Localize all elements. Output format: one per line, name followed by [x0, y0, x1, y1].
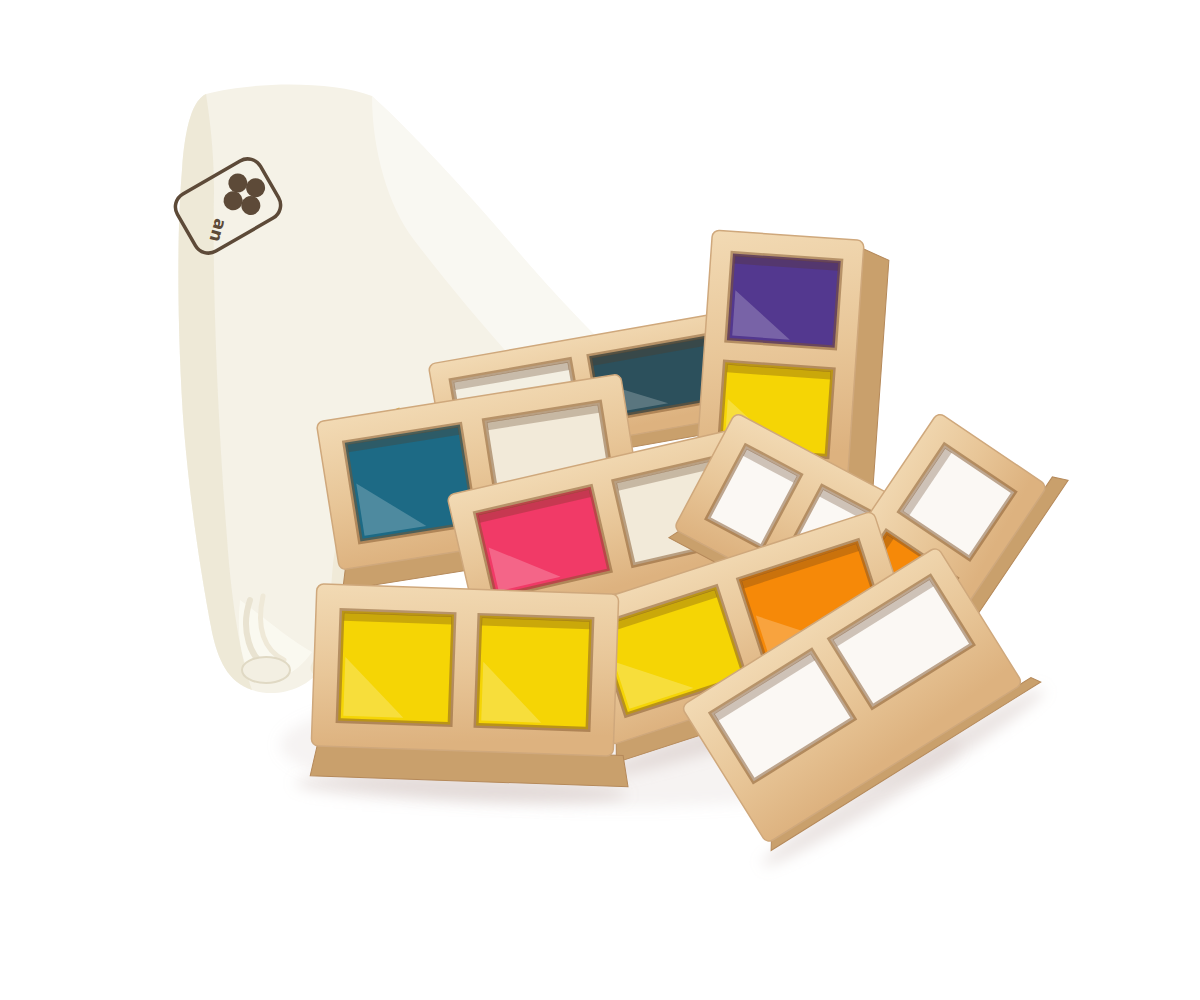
scene-canvas: an: [0, 0, 1200, 1000]
drawstring-knot: [242, 657, 290, 683]
product-photo: an: [0, 0, 1200, 1000]
double-yellow-block-front: [294, 583, 634, 807]
